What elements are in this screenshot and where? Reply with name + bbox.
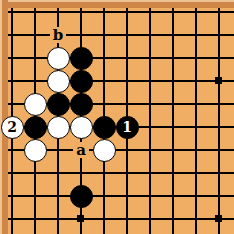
black-stone [70,47,93,70]
grid-line-horizontal [8,172,234,174]
white-stone [47,70,70,93]
black-stone [70,93,93,116]
stone-number-label: 1 [122,120,132,134]
black-stone [93,116,116,139]
grid-line-vertical [149,8,151,234]
board-frame-top [0,0,234,8]
grid-line-horizontal [8,218,234,220]
stone-number-label: 2 [7,120,17,134]
white-stone [47,47,70,70]
black-stone [70,185,93,208]
grid-line-vertical [172,8,174,234]
grid-line-vertical [218,8,220,234]
star-point [215,77,222,84]
white-stone [24,139,47,162]
black-stone [70,70,93,93]
white-stone [70,116,93,139]
point-label-b: b [50,27,66,43]
grid-line-horizontal [8,57,234,59]
white-stone [47,116,70,139]
point-label-a: a [73,142,89,158]
white-stone [93,139,116,162]
black-stone [47,93,70,116]
go-board-diagram: ba21 [0,0,234,234]
white-stone [24,93,47,116]
grid-line-vertical [195,8,197,234]
grid-line-horizontal [8,195,234,197]
star-point [77,215,84,222]
grid-line-horizontal [8,11,234,13]
black-stone [24,116,47,139]
white-stone: 2 [1,116,24,139]
grid-line-horizontal [8,80,234,82]
black-stone: 1 [116,116,139,139]
grid-line-horizontal [8,34,234,36]
star-point [215,215,222,222]
